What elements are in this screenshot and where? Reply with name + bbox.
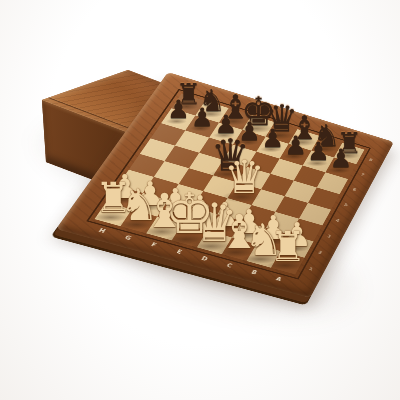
rank-label-8: 8 [368,158,373,163]
product-photo-scene: HGFEDCBA87654321 ♜♞♝♛♚♝♞♜♟♟♟♟♟♟♟♟♛♛♟♟♟♟♟… [0,0,400,400]
rank-label-4: 4 [335,218,341,223]
file-label-h: H [98,228,107,234]
rank-label-2: 2 [317,250,323,255]
file-label-b: B [250,269,257,275]
rank-label-7: 7 [360,172,365,177]
file-label-d: D [200,256,208,262]
rank-label-6: 6 [352,187,357,192]
rank-label-3: 3 [326,234,332,239]
file-label-f: F [150,242,157,248]
rank-label-5: 5 [343,203,349,208]
rank-label-1: 1 [308,267,314,272]
file-label-a: A [275,276,282,282]
file-label-e: E [176,249,183,255]
file-label-c: C [226,263,233,269]
file-label-g: G [124,235,133,241]
